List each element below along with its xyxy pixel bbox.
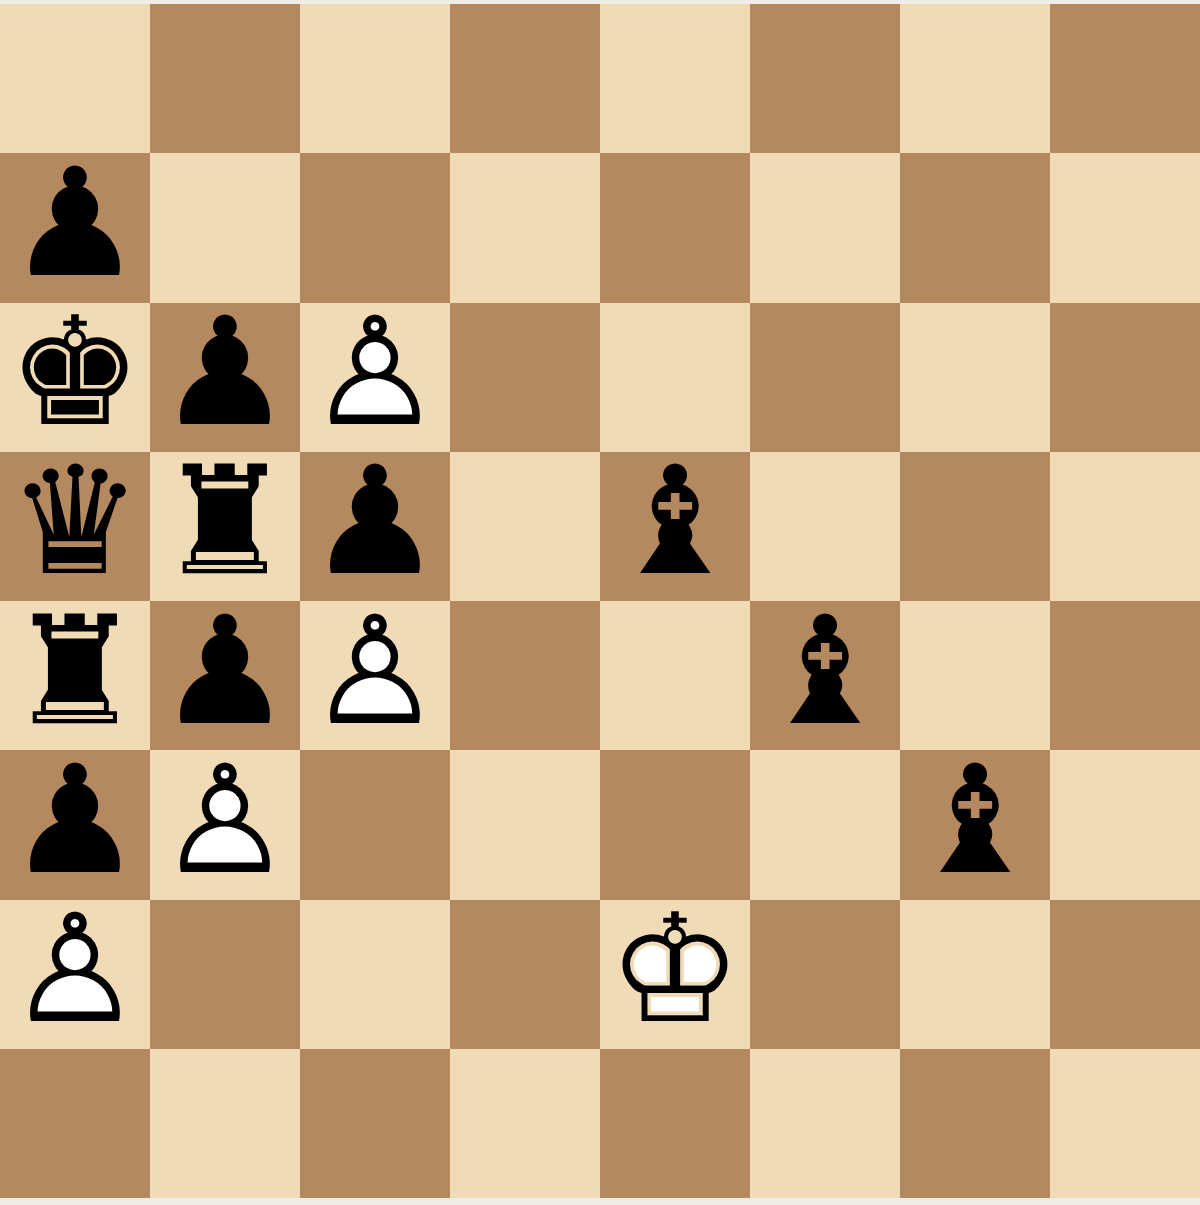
square-h4[interactable] bbox=[1050, 601, 1200, 750]
piece-black-rook[interactable]: ♜ bbox=[150, 452, 300, 601]
square-d3[interactable] bbox=[450, 750, 600, 899]
square-a4[interactable]: ♜ bbox=[0, 601, 150, 750]
white-pawn-outline-glyph: ♙ bbox=[300, 303, 450, 452]
square-a8[interactable] bbox=[0, 4, 150, 153]
square-b3[interactable]: ♟♙ bbox=[150, 750, 300, 899]
square-c1[interactable] bbox=[300, 1049, 450, 1198]
square-e2[interactable]: ♚♔ bbox=[600, 900, 750, 1049]
square-f8[interactable] bbox=[750, 4, 900, 153]
board-margin-bottom bbox=[0, 1198, 1200, 1205]
square-d6[interactable] bbox=[450, 303, 600, 452]
piece-black-pawn[interactable]: ♟ bbox=[0, 750, 150, 899]
piece-black-pawn[interactable]: ♟ bbox=[300, 452, 450, 601]
square-e3[interactable] bbox=[600, 750, 750, 899]
square-d8[interactable] bbox=[450, 4, 600, 153]
square-e4[interactable] bbox=[600, 601, 750, 750]
square-e5[interactable]: ♝ bbox=[600, 452, 750, 601]
square-g6[interactable] bbox=[900, 303, 1050, 452]
piece-white-pawn[interactable]: ♟♙ bbox=[300, 601, 450, 750]
black-queen-glyph: ♛ bbox=[0, 452, 150, 601]
square-a7[interactable]: ♟ bbox=[0, 153, 150, 302]
chess-board: ♟♚♟♟♙♛♜♟♝♜♟♟♙♝♟♟♙♝♟♙♚♔ bbox=[0, 4, 1200, 1198]
square-g7[interactable] bbox=[900, 153, 1050, 302]
square-b4[interactable]: ♟ bbox=[150, 601, 300, 750]
piece-black-pawn[interactable]: ♟ bbox=[150, 303, 300, 452]
square-c7[interactable] bbox=[300, 153, 450, 302]
piece-black-rook[interactable]: ♜ bbox=[0, 601, 150, 750]
square-g3[interactable]: ♝ bbox=[900, 750, 1050, 899]
square-b1[interactable] bbox=[150, 1049, 300, 1198]
square-d1[interactable] bbox=[450, 1049, 600, 1198]
square-h5[interactable] bbox=[1050, 452, 1200, 601]
square-e6[interactable] bbox=[600, 303, 750, 452]
black-rook-glyph: ♜ bbox=[0, 601, 150, 750]
square-c2[interactable] bbox=[300, 900, 450, 1049]
square-b6[interactable]: ♟ bbox=[150, 303, 300, 452]
square-g5[interactable] bbox=[900, 452, 1050, 601]
square-b7[interactable] bbox=[150, 153, 300, 302]
black-pawn-glyph: ♟ bbox=[150, 601, 300, 750]
square-f3[interactable] bbox=[750, 750, 900, 899]
black-pawn-glyph: ♟ bbox=[150, 303, 300, 452]
square-g4[interactable] bbox=[900, 601, 1050, 750]
square-b8[interactable] bbox=[150, 4, 300, 153]
black-pawn-glyph: ♟ bbox=[300, 452, 450, 601]
square-h7[interactable] bbox=[1050, 153, 1200, 302]
square-h6[interactable] bbox=[1050, 303, 1200, 452]
piece-white-pawn[interactable]: ♟♙ bbox=[0, 900, 150, 1049]
piece-black-pawn[interactable]: ♟ bbox=[0, 153, 150, 302]
square-f7[interactable] bbox=[750, 153, 900, 302]
black-bishop-glyph: ♝ bbox=[750, 601, 900, 750]
square-g8[interactable] bbox=[900, 4, 1050, 153]
square-h2[interactable] bbox=[1050, 900, 1200, 1049]
piece-white-pawn[interactable]: ♟♙ bbox=[300, 303, 450, 452]
piece-black-bishop[interactable]: ♝ bbox=[750, 601, 900, 750]
square-d7[interactable] bbox=[450, 153, 600, 302]
black-pawn-glyph: ♟ bbox=[0, 153, 150, 302]
white-pawn-outline-glyph: ♙ bbox=[0, 900, 150, 1049]
square-f1[interactable] bbox=[750, 1049, 900, 1198]
black-bishop-glyph: ♝ bbox=[900, 750, 1050, 899]
square-f4[interactable]: ♝ bbox=[750, 601, 900, 750]
square-d2[interactable] bbox=[450, 900, 600, 1049]
white-pawn-outline-glyph: ♙ bbox=[150, 750, 300, 899]
square-f5[interactable] bbox=[750, 452, 900, 601]
square-h3[interactable] bbox=[1050, 750, 1200, 899]
square-d5[interactable] bbox=[450, 452, 600, 601]
piece-black-pawn[interactable]: ♟ bbox=[150, 601, 300, 750]
square-g2[interactable] bbox=[900, 900, 1050, 1049]
black-pawn-glyph: ♟ bbox=[0, 750, 150, 899]
square-f6[interactable] bbox=[750, 303, 900, 452]
square-c8[interactable] bbox=[300, 4, 450, 153]
white-king-outline-glyph: ♔ bbox=[600, 900, 750, 1049]
square-e8[interactable] bbox=[600, 4, 750, 153]
square-a3[interactable]: ♟ bbox=[0, 750, 150, 899]
square-e1[interactable] bbox=[600, 1049, 750, 1198]
square-c6[interactable]: ♟♙ bbox=[300, 303, 450, 452]
square-e7[interactable] bbox=[600, 153, 750, 302]
white-pawn-outline-glyph: ♙ bbox=[300, 601, 450, 750]
square-a5[interactable]: ♛ bbox=[0, 452, 150, 601]
piece-black-king[interactable]: ♚ bbox=[0, 303, 150, 452]
square-a1[interactable] bbox=[0, 1049, 150, 1198]
square-c5[interactable]: ♟ bbox=[300, 452, 450, 601]
square-c4[interactable]: ♟♙ bbox=[300, 601, 450, 750]
black-rook-glyph: ♜ bbox=[150, 452, 300, 601]
square-d4[interactable] bbox=[450, 601, 600, 750]
square-f2[interactable] bbox=[750, 900, 900, 1049]
piece-white-king[interactable]: ♚♔ bbox=[600, 900, 750, 1049]
square-b5[interactable]: ♜ bbox=[150, 452, 300, 601]
square-b2[interactable] bbox=[150, 900, 300, 1049]
square-h1[interactable] bbox=[1050, 1049, 1200, 1198]
piece-black-queen[interactable]: ♛ bbox=[0, 452, 150, 601]
piece-black-bishop[interactable]: ♝ bbox=[600, 452, 750, 601]
square-c3[interactable] bbox=[300, 750, 450, 899]
square-a6[interactable]: ♚ bbox=[0, 303, 150, 452]
piece-black-bishop[interactable]: ♝ bbox=[900, 750, 1050, 899]
piece-white-pawn[interactable]: ♟♙ bbox=[150, 750, 300, 899]
square-a2[interactable]: ♟♙ bbox=[0, 900, 150, 1049]
black-bishop-glyph: ♝ bbox=[600, 452, 750, 601]
black-king-glyph: ♚ bbox=[0, 303, 150, 452]
square-h8[interactable] bbox=[1050, 4, 1200, 153]
square-g1[interactable] bbox=[900, 1049, 1050, 1198]
